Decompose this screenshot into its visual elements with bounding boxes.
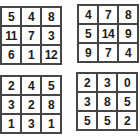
cell-r1c2: 9 [119, 25, 137, 42]
cell-r1c0: 5 [79, 25, 97, 42]
cell-r2c2: 4 [119, 44, 137, 61]
cell-r2c2: 12 [42, 46, 60, 63]
cell-r0c0: 4 [79, 6, 97, 23]
cell-r1c1: 7 [22, 27, 40, 44]
cell-r2c1: 3 [22, 115, 40, 132]
grid-bottom-right: 2 3 0 3 8 5 5 5 2 [76, 72, 138, 131]
cell-r2c0: 9 [79, 44, 97, 61]
cell-r2c2: 1 [42, 115, 60, 132]
cell-r1c0: 3 [2, 96, 20, 113]
cell-r2c1: 7 [99, 44, 117, 61]
cell-r1c1: 2 [22, 96, 40, 113]
cell-r2c1: 1 [22, 46, 40, 63]
cell-r0c2: 0 [118, 74, 136, 91]
cell-r0c1: 4 [22, 8, 40, 25]
cell-r1c1: 14 [99, 25, 117, 42]
cell-r0c0: 2 [2, 77, 20, 94]
grid-top-left: 5 4 8 11 7 3 6 1 12 [0, 6, 62, 65]
cell-r1c2: 3 [42, 27, 60, 44]
cell-r2c0: 1 [2, 115, 20, 132]
cell-r1c0: 11 [2, 27, 20, 44]
cell-r1c2: 8 [42, 96, 60, 113]
cell-r0c2: 8 [42, 8, 60, 25]
grid-top-right: 4 7 8 5 14 9 9 7 4 [77, 4, 139, 63]
cell-r2c2: 2 [118, 112, 136, 129]
cell-r1c1: 8 [98, 93, 116, 110]
cell-r0c2: 5 [42, 77, 60, 94]
cell-r0c0: 2 [78, 74, 96, 91]
cell-r2c1: 5 [98, 112, 116, 129]
puzzle-sheet: 5 4 8 11 7 3 6 1 12 4 7 8 5 14 9 9 7 4 2… [0, 0, 140, 140]
cell-r0c1: 4 [22, 77, 40, 94]
cell-r0c0: 5 [2, 8, 20, 25]
cell-r1c0: 3 [78, 93, 96, 110]
cell-r0c1: 7 [99, 6, 117, 23]
cell-r0c1: 3 [98, 74, 116, 91]
cell-r0c2: 8 [119, 6, 137, 23]
cell-r1c2: 5 [118, 93, 136, 110]
cell-r2c0: 6 [2, 46, 20, 63]
grid-bottom-left: 2 4 5 3 2 8 1 3 1 [0, 75, 62, 134]
cell-r2c0: 5 [78, 112, 96, 129]
